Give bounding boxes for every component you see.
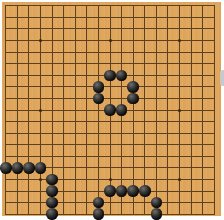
grid-line <box>144 5 145 214</box>
grid-line <box>5 156 214 157</box>
black-stone[interactable] <box>46 174 58 186</box>
scrollbar-fragment[interactable] <box>220 70 224 86</box>
grid-line <box>5 202 214 203</box>
black-stone[interactable] <box>116 185 128 197</box>
app-window <box>0 0 224 220</box>
black-stone[interactable] <box>116 104 128 116</box>
black-stone[interactable] <box>104 185 116 197</box>
black-stone[interactable] <box>93 197 105 209</box>
black-stone[interactable] <box>0 162 12 174</box>
star-point <box>39 109 42 112</box>
black-stone[interactable] <box>104 70 116 82</box>
grid-line <box>133 5 134 214</box>
grid-line <box>167 5 168 214</box>
black-stone[interactable] <box>12 162 24 174</box>
grid-line <box>5 133 214 134</box>
grid-line <box>5 121 214 122</box>
black-stone[interactable] <box>151 197 163 209</box>
black-stone[interactable] <box>116 70 128 82</box>
black-stone[interactable] <box>23 162 35 174</box>
grid-line <box>202 5 203 214</box>
star-point <box>109 39 112 42</box>
grid-line <box>5 214 214 215</box>
black-stone[interactable] <box>127 185 139 197</box>
black-stone[interactable] <box>93 208 105 220</box>
black-stone[interactable] <box>104 104 116 116</box>
black-stone[interactable] <box>127 81 139 93</box>
grid-line <box>5 144 214 145</box>
star-point <box>178 39 181 42</box>
black-stone[interactable] <box>139 185 151 197</box>
black-stone[interactable] <box>46 185 58 197</box>
black-stone[interactable] <box>35 162 47 174</box>
star-point <box>39 178 42 181</box>
black-stone[interactable] <box>93 81 105 93</box>
black-stone[interactable] <box>46 208 58 220</box>
grid-line <box>156 5 157 214</box>
star-point <box>178 178 181 181</box>
black-stone[interactable] <box>127 93 139 105</box>
black-stone[interactable] <box>93 93 105 105</box>
star-point <box>39 39 42 42</box>
go-board[interactable] <box>2 2 221 216</box>
grid-line <box>214 5 215 214</box>
black-stone[interactable] <box>151 208 163 220</box>
black-stone[interactable] <box>46 197 58 209</box>
star-point <box>178 109 181 112</box>
grid-line <box>191 5 192 214</box>
star-point <box>109 178 112 181</box>
